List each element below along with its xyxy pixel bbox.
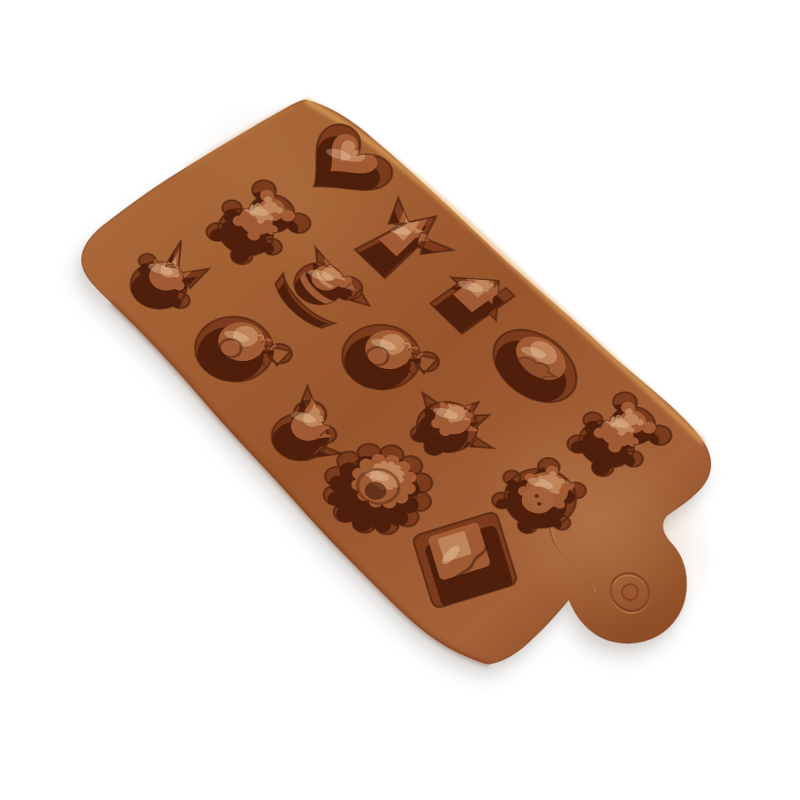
chocolate-mold-photo bbox=[0, 0, 800, 800]
product-photo-canvas bbox=[0, 0, 800, 800]
ring-inner bbox=[622, 584, 638, 600]
